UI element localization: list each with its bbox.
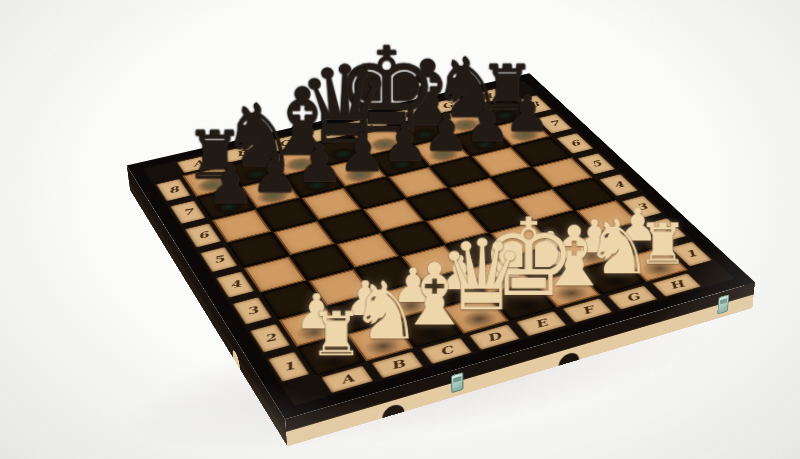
piece-contact-shadow bbox=[568, 243, 615, 267]
coordinate-label: 6 bbox=[196, 230, 210, 241]
coordinate-label: 3 bbox=[633, 202, 650, 213]
piece-contact-shadow bbox=[380, 154, 423, 174]
coordinate-tile: 3 bbox=[621, 195, 663, 219]
coordinate-label: 3 bbox=[244, 304, 260, 317]
piece-contact-shadow bbox=[206, 195, 250, 217]
coordinate-label: C bbox=[437, 344, 456, 358]
metal-clasp-icon bbox=[717, 294, 729, 314]
coordinate-label: E bbox=[532, 317, 551, 330]
file-label-far-d: D bbox=[301, 123, 351, 145]
coordinate-label: 7 bbox=[547, 119, 562, 128]
coordinate-label: 5 bbox=[211, 254, 226, 266]
coordinate-label: A bbox=[191, 158, 206, 168]
coordinate-label: H bbox=[666, 278, 688, 291]
coordinate-label: 1 bbox=[280, 360, 297, 374]
coordinate-label: G bbox=[622, 291, 642, 304]
coordinate-label: F bbox=[578, 304, 596, 317]
coordinate-label: A bbox=[338, 372, 356, 386]
coordinate-label: 4 bbox=[227, 278, 242, 290]
coordinate-label: 2 bbox=[262, 331, 278, 344]
coordinate-label: 6 bbox=[567, 139, 582, 149]
piece-contact-shadow bbox=[463, 134, 506, 153]
coordinate-label: H bbox=[477, 92, 494, 101]
file-label-near-d: D bbox=[465, 322, 525, 352]
coordinate-tile: 4 bbox=[215, 271, 255, 298]
piece-contact-shadow bbox=[454, 305, 503, 331]
coordinate-tile: A bbox=[176, 154, 220, 173]
coordinate-tile: A bbox=[321, 365, 374, 393]
piece-contact-shadow bbox=[591, 267, 639, 292]
coordinate-label: G bbox=[439, 101, 455, 110]
coordinate-label: 5 bbox=[588, 159, 604, 169]
metal-clasp-icon bbox=[451, 372, 463, 393]
coordinate-label: F bbox=[400, 110, 414, 119]
piece-contact-shadow bbox=[295, 174, 338, 195]
coordinate-tile: 4 bbox=[598, 174, 638, 197]
coordinate-tile: 1 bbox=[669, 241, 713, 267]
coordinate-label: 8 bbox=[167, 185, 181, 195]
coordinate-label: C bbox=[277, 139, 292, 149]
coordinate-label: D bbox=[484, 330, 504, 344]
coordinate-label: 4 bbox=[610, 180, 626, 190]
piece-contact-shadow bbox=[433, 279, 481, 304]
coordinate-label: 2 bbox=[657, 224, 674, 235]
chess-set-photo: ABCDEFGH8♜♞♝♛♚♝♞♜87♟♟♟♟♟♟♟♟7665544332♟♟♟… bbox=[0, 0, 800, 459]
square-h3 bbox=[576, 200, 638, 233]
coordinate-label: B bbox=[234, 148, 250, 158]
coordinate-label: 1 bbox=[682, 248, 700, 260]
piece-contact-shadow bbox=[338, 164, 381, 185]
coordinate-label: B bbox=[388, 358, 408, 372]
coordinate-label: 7 bbox=[181, 207, 195, 218]
piece-contact-shadow bbox=[308, 345, 358, 373]
coordinate-label: D bbox=[318, 129, 334, 139]
coordinate-label: E bbox=[360, 120, 375, 129]
coordinate-label: 8 bbox=[527, 100, 542, 109]
